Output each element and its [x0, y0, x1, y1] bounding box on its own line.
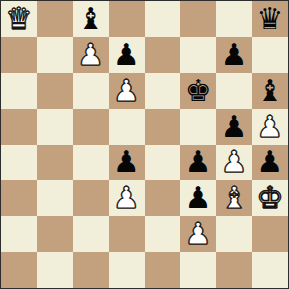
square-c8[interactable]: ♝: [73, 1, 109, 37]
square-g3[interactable]: ♝: [216, 180, 252, 216]
square-b4[interactable]: [37, 145, 73, 181]
square-h5[interactable]: ♟: [252, 109, 288, 145]
square-e2[interactable]: [145, 216, 181, 252]
piece-white-pawn[interactable]: ♟: [257, 112, 284, 142]
square-f7[interactable]: [180, 37, 216, 73]
square-e6[interactable]: [145, 73, 181, 109]
piece-black-pawn[interactable]: ♟: [221, 112, 248, 142]
piece-black-pawn[interactable]: ♟: [113, 40, 140, 70]
square-e4[interactable]: [145, 145, 181, 181]
square-c7[interactable]: ♟: [73, 37, 109, 73]
square-e3[interactable]: [145, 180, 181, 216]
piece-black-king[interactable]: ♚: [185, 76, 212, 106]
square-c1[interactable]: [73, 252, 109, 288]
square-a2[interactable]: [1, 216, 37, 252]
square-f3[interactable]: ♟: [180, 180, 216, 216]
square-e1[interactable]: [145, 252, 181, 288]
square-b8[interactable]: [37, 1, 73, 37]
piece-white-pawn[interactable]: ♟: [77, 40, 104, 70]
piece-black-queen[interactable]: ♛: [257, 4, 284, 34]
square-f6[interactable]: ♚: [180, 73, 216, 109]
piece-black-bishop[interactable]: ♝: [257, 76, 284, 106]
piece-white-pawn[interactable]: ♟: [113, 76, 140, 106]
square-h3[interactable]: ♚: [252, 180, 288, 216]
square-b2[interactable]: [37, 216, 73, 252]
piece-black-pawn[interactable]: ♟: [221, 40, 248, 70]
square-b6[interactable]: [37, 73, 73, 109]
square-h6[interactable]: ♝: [252, 73, 288, 109]
square-a5[interactable]: [1, 109, 37, 145]
chess-board: ♛♝♛♟♟♟♟♚♝♟♟♟♟♟♟♟♟♝♚♟: [0, 0, 289, 289]
square-b7[interactable]: [37, 37, 73, 73]
square-g2[interactable]: [216, 216, 252, 252]
square-a8[interactable]: ♛: [1, 1, 37, 37]
square-h2[interactable]: [252, 216, 288, 252]
square-d5[interactable]: [109, 109, 145, 145]
square-f2[interactable]: ♟: [180, 216, 216, 252]
square-a7[interactable]: [1, 37, 37, 73]
square-g8[interactable]: [216, 1, 252, 37]
square-d8[interactable]: [109, 1, 145, 37]
piece-black-pawn[interactable]: ♟: [113, 147, 140, 177]
piece-white-pawn[interactable]: ♟: [113, 183, 140, 213]
square-b1[interactable]: [37, 252, 73, 288]
square-e7[interactable]: [145, 37, 181, 73]
piece-white-queen[interactable]: ♛: [5, 4, 32, 34]
square-d1[interactable]: [109, 252, 145, 288]
square-f1[interactable]: [180, 252, 216, 288]
square-h7[interactable]: [252, 37, 288, 73]
square-g4[interactable]: ♟: [216, 145, 252, 181]
square-g5[interactable]: ♟: [216, 109, 252, 145]
square-g7[interactable]: ♟: [216, 37, 252, 73]
piece-black-pawn[interactable]: ♟: [185, 183, 212, 213]
square-g6[interactable]: [216, 73, 252, 109]
piece-black-pawn[interactable]: ♟: [257, 147, 284, 177]
square-c2[interactable]: [73, 216, 109, 252]
square-e8[interactable]: [145, 1, 181, 37]
square-f4[interactable]: ♟: [180, 145, 216, 181]
square-d4[interactable]: ♟: [109, 145, 145, 181]
square-a3[interactable]: [1, 180, 37, 216]
piece-white-king[interactable]: ♚: [257, 183, 284, 213]
square-c6[interactable]: [73, 73, 109, 109]
square-d3[interactable]: ♟: [109, 180, 145, 216]
square-b5[interactable]: [37, 109, 73, 145]
square-d7[interactable]: ♟: [109, 37, 145, 73]
piece-white-bishop[interactable]: ♝: [221, 183, 248, 213]
piece-white-pawn[interactable]: ♟: [185, 219, 212, 249]
square-b3[interactable]: [37, 180, 73, 216]
square-a6[interactable]: [1, 73, 37, 109]
square-e5[interactable]: [145, 109, 181, 145]
square-a1[interactable]: [1, 252, 37, 288]
square-h4[interactable]: ♟: [252, 145, 288, 181]
square-h8[interactable]: ♛: [252, 1, 288, 37]
square-d6[interactable]: ♟: [109, 73, 145, 109]
square-c5[interactable]: [73, 109, 109, 145]
piece-black-pawn[interactable]: ♟: [185, 147, 212, 177]
square-a4[interactable]: [1, 145, 37, 181]
square-h1[interactable]: [252, 252, 288, 288]
square-d2[interactable]: [109, 216, 145, 252]
square-c3[interactable]: [73, 180, 109, 216]
square-g1[interactable]: [216, 252, 252, 288]
square-c4[interactable]: [73, 145, 109, 181]
square-f5[interactable]: [180, 109, 216, 145]
square-f8[interactable]: [180, 1, 216, 37]
piece-white-pawn[interactable]: ♟: [221, 147, 248, 177]
piece-black-bishop[interactable]: ♝: [77, 4, 104, 34]
